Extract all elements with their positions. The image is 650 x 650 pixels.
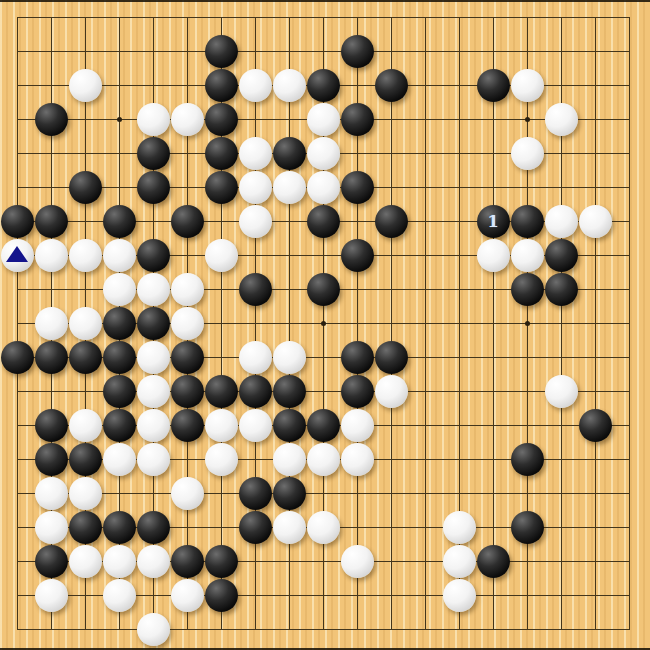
white-stone[interactable] bbox=[443, 545, 476, 578]
black-stone[interactable] bbox=[273, 409, 306, 442]
black-stone[interactable] bbox=[273, 477, 306, 510]
black-stone[interactable] bbox=[341, 341, 374, 374]
white-stone[interactable] bbox=[579, 205, 612, 238]
grid-line-vertical bbox=[595, 17, 596, 630]
black-stone[interactable] bbox=[35, 205, 68, 238]
star-point bbox=[525, 321, 530, 326]
white-stone[interactable] bbox=[103, 579, 136, 612]
black-stone[interactable] bbox=[171, 375, 204, 408]
white-stone[interactable] bbox=[273, 443, 306, 476]
black-stone[interactable] bbox=[205, 35, 238, 68]
black-stone[interactable] bbox=[69, 443, 102, 476]
black-stone[interactable] bbox=[477, 69, 510, 102]
white-stone[interactable] bbox=[239, 137, 272, 170]
white-stone[interactable] bbox=[307, 103, 340, 136]
star-point bbox=[321, 321, 326, 326]
black-stone[interactable] bbox=[35, 545, 68, 578]
black-stone[interactable] bbox=[103, 205, 136, 238]
black-stone[interactable] bbox=[205, 103, 238, 136]
black-stone[interactable] bbox=[545, 239, 578, 272]
star-point bbox=[117, 117, 122, 122]
white-stone[interactable] bbox=[239, 341, 272, 374]
white-stone[interactable] bbox=[341, 545, 374, 578]
black-stone[interactable] bbox=[35, 443, 68, 476]
white-stone[interactable] bbox=[171, 579, 204, 612]
black-stone[interactable] bbox=[239, 375, 272, 408]
black-stone[interactable] bbox=[35, 103, 68, 136]
black-stone[interactable] bbox=[375, 69, 408, 102]
black-stone[interactable] bbox=[273, 137, 306, 170]
black-stone[interactable] bbox=[35, 409, 68, 442]
triangle-marker bbox=[6, 246, 28, 262]
black-stone[interactable] bbox=[307, 409, 340, 442]
white-stone[interactable] bbox=[171, 307, 204, 340]
white-stone[interactable] bbox=[137, 409, 170, 442]
white-stone[interactable] bbox=[137, 545, 170, 578]
black-stone[interactable] bbox=[341, 375, 374, 408]
move-number-label: 1 bbox=[477, 205, 510, 238]
white-stone[interactable] bbox=[137, 273, 170, 306]
black-stone[interactable] bbox=[137, 137, 170, 170]
black-stone[interactable] bbox=[205, 171, 238, 204]
black-stone[interactable] bbox=[171, 341, 204, 374]
white-stone[interactable] bbox=[545, 103, 578, 136]
black-stone[interactable] bbox=[1, 205, 34, 238]
white-stone[interactable] bbox=[273, 69, 306, 102]
black-stone[interactable] bbox=[307, 205, 340, 238]
white-stone[interactable] bbox=[307, 137, 340, 170]
white-stone[interactable] bbox=[511, 69, 544, 102]
black-stone[interactable] bbox=[511, 205, 544, 238]
black-stone[interactable] bbox=[205, 137, 238, 170]
black-stone[interactable] bbox=[171, 409, 204, 442]
white-stone[interactable] bbox=[273, 511, 306, 544]
white-stone[interactable] bbox=[511, 239, 544, 272]
white-stone[interactable] bbox=[171, 103, 204, 136]
grid-line-vertical bbox=[493, 17, 494, 630]
black-stone[interactable] bbox=[137, 307, 170, 340]
black-stone[interactable] bbox=[69, 171, 102, 204]
white-stone[interactable] bbox=[205, 239, 238, 272]
grid-line-horizontal bbox=[17, 629, 630, 630]
star-point bbox=[525, 117, 530, 122]
black-stone[interactable] bbox=[341, 103, 374, 136]
black-stone[interactable] bbox=[205, 579, 238, 612]
white-stone[interactable] bbox=[307, 171, 340, 204]
white-stone[interactable] bbox=[103, 545, 136, 578]
black-stone[interactable] bbox=[205, 545, 238, 578]
black-stone[interactable] bbox=[137, 511, 170, 544]
black-stone[interactable] bbox=[1, 341, 34, 374]
white-stone[interactable] bbox=[35, 239, 68, 272]
white-stone[interactable] bbox=[171, 273, 204, 306]
black-stone[interactable] bbox=[35, 341, 68, 374]
grid-line-vertical bbox=[425, 17, 426, 630]
black-stone[interactable] bbox=[69, 341, 102, 374]
black-stone[interactable] bbox=[375, 341, 408, 374]
white-stone[interactable] bbox=[137, 341, 170, 374]
black-stone[interactable] bbox=[103, 511, 136, 544]
black-stone[interactable] bbox=[511, 511, 544, 544]
white-stone[interactable] bbox=[137, 613, 170, 646]
white-stone[interactable] bbox=[171, 477, 204, 510]
white-stone[interactable] bbox=[35, 511, 68, 544]
black-stone[interactable] bbox=[341, 171, 374, 204]
white-stone[interactable] bbox=[511, 137, 544, 170]
black-stone[interactable] bbox=[341, 239, 374, 272]
white-stone[interactable] bbox=[239, 205, 272, 238]
white-stone[interactable] bbox=[103, 239, 136, 272]
white-stone[interactable] bbox=[69, 477, 102, 510]
black-stone[interactable] bbox=[137, 239, 170, 272]
white-stone[interactable] bbox=[443, 511, 476, 544]
black-stone[interactable] bbox=[205, 69, 238, 102]
black-stone[interactable] bbox=[103, 341, 136, 374]
black-stone[interactable] bbox=[477, 545, 510, 578]
white-stone[interactable] bbox=[205, 409, 238, 442]
white-stone[interactable] bbox=[205, 443, 238, 476]
white-stone[interactable] bbox=[239, 409, 272, 442]
black-stone[interactable] bbox=[375, 205, 408, 238]
white-stone[interactable] bbox=[341, 443, 374, 476]
white-stone[interactable] bbox=[137, 103, 170, 136]
white-stone[interactable] bbox=[545, 205, 578, 238]
black-stone[interactable] bbox=[511, 273, 544, 306]
black-stone[interactable] bbox=[205, 375, 238, 408]
white-stone[interactable] bbox=[239, 69, 272, 102]
black-stone[interactable] bbox=[69, 511, 102, 544]
white-stone[interactable] bbox=[307, 511, 340, 544]
white-stone[interactable] bbox=[545, 375, 578, 408]
black-stone[interactable] bbox=[273, 375, 306, 408]
white-stone[interactable] bbox=[69, 307, 102, 340]
black-stone[interactable] bbox=[103, 307, 136, 340]
black-stone[interactable] bbox=[239, 511, 272, 544]
grid-line-horizontal bbox=[17, 493, 630, 494]
white-stone[interactable] bbox=[103, 443, 136, 476]
white-stone[interactable] bbox=[137, 375, 170, 408]
white-stone[interactable] bbox=[239, 171, 272, 204]
black-stone[interactable] bbox=[103, 409, 136, 442]
white-stone[interactable] bbox=[307, 443, 340, 476]
white-stone[interactable] bbox=[69, 409, 102, 442]
white-stone[interactable] bbox=[375, 375, 408, 408]
black-stone[interactable] bbox=[137, 171, 170, 204]
white-stone[interactable] bbox=[35, 477, 68, 510]
black-stone[interactable] bbox=[103, 375, 136, 408]
white-stone[interactable] bbox=[35, 579, 68, 612]
top-edge-line bbox=[0, 0, 650, 2]
white-stone[interactable] bbox=[137, 443, 170, 476]
black-stone[interactable] bbox=[579, 409, 612, 442]
black-stone[interactable] bbox=[307, 273, 340, 306]
black-stone[interactable] bbox=[511, 443, 544, 476]
black-stone[interactable] bbox=[171, 205, 204, 238]
black-stone[interactable] bbox=[341, 35, 374, 68]
black-stone[interactable] bbox=[239, 477, 272, 510]
go-game-screenshot: 1 bbox=[0, 0, 650, 650]
black-stone[interactable] bbox=[171, 545, 204, 578]
black-stone[interactable] bbox=[545, 273, 578, 306]
white-stone[interactable] bbox=[477, 239, 510, 272]
white-stone[interactable] bbox=[69, 239, 102, 272]
grid-line-vertical bbox=[629, 17, 630, 630]
grid-line-vertical bbox=[391, 17, 392, 630]
black-stone[interactable] bbox=[307, 69, 340, 102]
white-stone[interactable] bbox=[69, 545, 102, 578]
white-stone[interactable] bbox=[273, 341, 306, 374]
white-stone[interactable] bbox=[341, 409, 374, 442]
go-board[interactable]: 1 bbox=[0, 0, 650, 650]
white-stone[interactable] bbox=[103, 273, 136, 306]
white-stone[interactable] bbox=[35, 307, 68, 340]
white-stone[interactable] bbox=[443, 579, 476, 612]
white-stone[interactable] bbox=[69, 69, 102, 102]
white-stone[interactable] bbox=[273, 171, 306, 204]
black-stone[interactable] bbox=[239, 273, 272, 306]
